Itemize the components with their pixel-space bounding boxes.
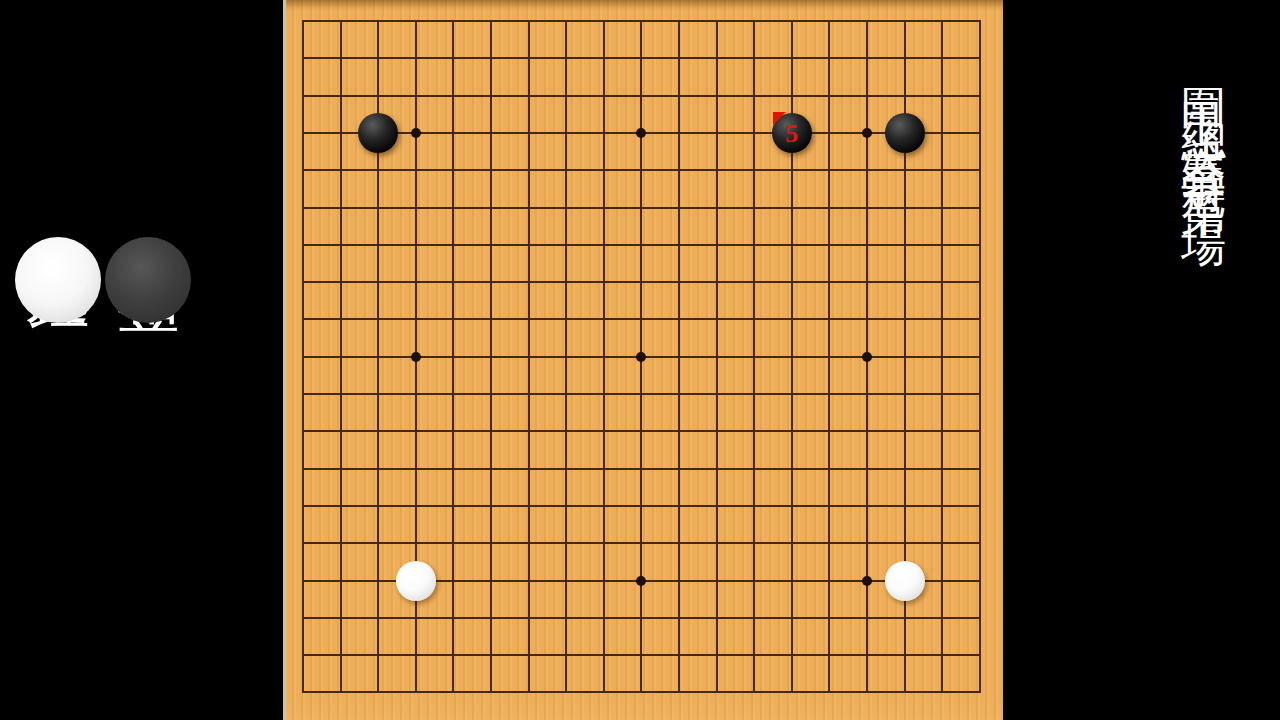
go-board: 5 [283,0,1003,720]
grid-vertical-line [941,20,943,693]
black-stone [358,113,398,153]
grid-horizontal-line [302,393,981,395]
black-stone [885,113,925,153]
grid-horizontal-line [302,542,981,544]
star-point [862,128,872,138]
white-stone [396,561,436,601]
star-point [862,576,872,586]
grid-vertical-line [979,20,981,693]
move-number-label: 5 [772,113,812,153]
grid-horizontal-line [302,468,981,470]
event-caption: 圍甲總决賽爭冠第一場 [1178,52,1228,202]
black-stone-badge [105,237,191,323]
player-white-name: 范廷鈺 [19,206,97,233]
board-left-edge [283,0,286,720]
grid-vertical-line [716,20,718,693]
grid-horizontal-line [302,617,981,619]
star-point [636,128,646,138]
star-point [862,352,872,362]
grid-horizontal-line [302,430,981,432]
broadcast-frame: 范廷鈺 卞相壹 5 圍甲總决賽爭冠第一場 [0,0,1280,720]
star-point [411,352,421,362]
black-stone: 5 [772,113,812,153]
grid-horizontal-line [302,505,981,507]
grid-vertical-line [753,20,755,693]
white-stone-badge [15,237,101,323]
player-black: 卞相壹 [103,206,193,323]
player-black-name: 卞相壹 [109,206,187,233]
star-point [411,128,421,138]
white-stone [885,561,925,601]
player-white: 范廷鈺 [13,206,103,323]
grid-horizontal-line [302,654,981,656]
grid-vertical-line [678,20,680,693]
star-point [636,576,646,586]
grid-horizontal-line [302,691,981,693]
star-point [636,352,646,362]
grid-vertical-line [828,20,830,693]
